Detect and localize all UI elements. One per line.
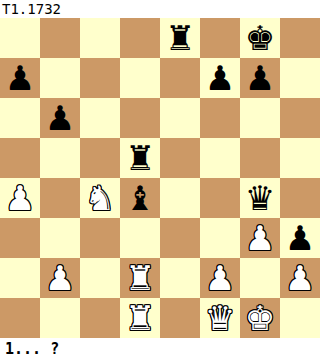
puzzle-id: T1.1732 [2, 2, 61, 16]
chess-board: ♜♚♟♟♟♟♜♟♞♝♛♟♟♟♜♟♟♜♛♚ [0, 18, 320, 338]
square-f5[interactable] [200, 138, 240, 178]
piece-black-pawn: ♟ [280, 218, 320, 258]
square-g4[interactable]: ♛ [240, 178, 280, 218]
piece-black-bishop: ♝ [120, 178, 160, 218]
puzzle-header: T1.1732 [0, 0, 320, 18]
square-h4[interactable] [280, 178, 320, 218]
puzzle-footer: 1... ? [0, 338, 320, 360]
square-e2[interactable] [160, 258, 200, 298]
square-c7[interactable] [80, 58, 120, 98]
square-c6[interactable] [80, 98, 120, 138]
square-e6[interactable] [160, 98, 200, 138]
square-a1[interactable] [0, 298, 40, 338]
square-g1[interactable]: ♚ [240, 298, 280, 338]
square-b2[interactable]: ♟ [40, 258, 80, 298]
square-h8[interactable] [280, 18, 320, 58]
piece-black-pawn: ♟ [0, 58, 40, 98]
piece-black-rook: ♜ [160, 18, 200, 58]
piece-white-pawn: ♟ [240, 218, 280, 258]
square-f1[interactable]: ♛ [200, 298, 240, 338]
square-g7[interactable]: ♟ [240, 58, 280, 98]
square-h2[interactable]: ♟ [280, 258, 320, 298]
square-c1[interactable] [80, 298, 120, 338]
square-g8[interactable]: ♚ [240, 18, 280, 58]
square-b1[interactable] [40, 298, 80, 338]
square-e7[interactable] [160, 58, 200, 98]
square-g6[interactable] [240, 98, 280, 138]
square-d6[interactable] [120, 98, 160, 138]
square-c4[interactable]: ♞ [80, 178, 120, 218]
square-d7[interactable] [120, 58, 160, 98]
chess-puzzle-app: T1.1732 ♜♚♟♟♟♟♜♟♞♝♛♟♟♟♜♟♟♜♛♚ 1... ? [0, 0, 320, 360]
square-h7[interactable] [280, 58, 320, 98]
square-c8[interactable] [80, 18, 120, 58]
piece-white-knight: ♞ [80, 178, 120, 218]
square-a3[interactable] [0, 218, 40, 258]
square-e8[interactable]: ♜ [160, 18, 200, 58]
square-a2[interactable] [0, 258, 40, 298]
square-h3[interactable]: ♟ [280, 218, 320, 258]
square-b5[interactable] [40, 138, 80, 178]
piece-black-queen: ♛ [240, 178, 280, 218]
piece-black-pawn: ♟ [200, 58, 240, 98]
square-e5[interactable] [160, 138, 200, 178]
square-b3[interactable] [40, 218, 80, 258]
piece-white-king: ♚ [240, 298, 280, 338]
square-h5[interactable] [280, 138, 320, 178]
square-f3[interactable] [200, 218, 240, 258]
square-a8[interactable] [0, 18, 40, 58]
square-d8[interactable] [120, 18, 160, 58]
square-g3[interactable]: ♟ [240, 218, 280, 258]
square-c5[interactable] [80, 138, 120, 178]
square-b7[interactable] [40, 58, 80, 98]
square-e4[interactable] [160, 178, 200, 218]
square-g2[interactable] [240, 258, 280, 298]
square-c2[interactable] [80, 258, 120, 298]
square-e1[interactable] [160, 298, 200, 338]
square-b6[interactable]: ♟ [40, 98, 80, 138]
move-prompt: 1... ? [5, 340, 59, 358]
piece-white-pawn: ♟ [0, 178, 40, 218]
square-h6[interactable] [280, 98, 320, 138]
square-f4[interactable] [200, 178, 240, 218]
square-f6[interactable] [200, 98, 240, 138]
square-f8[interactable] [200, 18, 240, 58]
square-d2[interactable]: ♜ [120, 258, 160, 298]
square-d3[interactable] [120, 218, 160, 258]
piece-white-rook: ♜ [120, 298, 160, 338]
square-g5[interactable] [240, 138, 280, 178]
square-d1[interactable]: ♜ [120, 298, 160, 338]
square-f2[interactable]: ♟ [200, 258, 240, 298]
piece-white-pawn: ♟ [40, 258, 80, 298]
piece-black-rook: ♜ [120, 138, 160, 178]
square-a7[interactable]: ♟ [0, 58, 40, 98]
square-e3[interactable] [160, 218, 200, 258]
piece-white-pawn: ♟ [200, 258, 240, 298]
square-d4[interactable]: ♝ [120, 178, 160, 218]
piece-black-king: ♚ [240, 18, 280, 58]
piece-white-queen: ♛ [200, 298, 240, 338]
square-b4[interactable] [40, 178, 80, 218]
square-d5[interactable]: ♜ [120, 138, 160, 178]
square-a6[interactable] [0, 98, 40, 138]
square-h1[interactable] [280, 298, 320, 338]
square-a5[interactable] [0, 138, 40, 178]
square-c3[interactable] [80, 218, 120, 258]
square-b8[interactable] [40, 18, 80, 58]
piece-white-pawn: ♟ [280, 258, 320, 298]
piece-white-rook: ♜ [120, 258, 160, 298]
piece-black-pawn: ♟ [240, 58, 280, 98]
square-f7[interactable]: ♟ [200, 58, 240, 98]
piece-black-pawn: ♟ [40, 98, 80, 138]
square-a4[interactable]: ♟ [0, 178, 40, 218]
